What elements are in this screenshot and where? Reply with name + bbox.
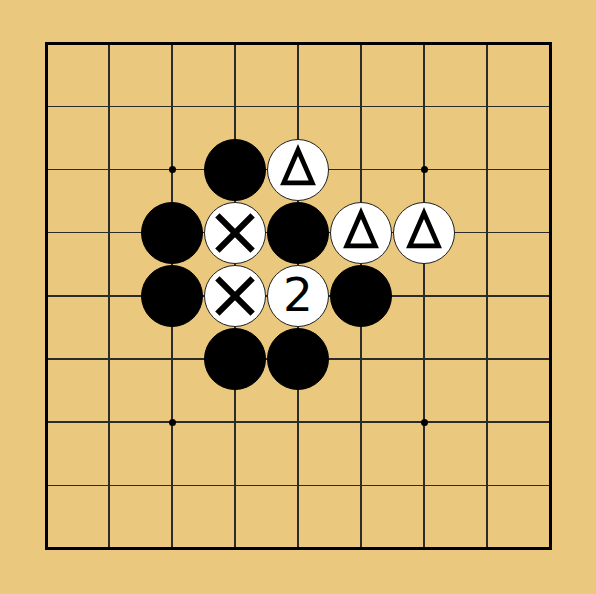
stone-black[interactable]: [141, 202, 203, 264]
stone-black[interactable]: [330, 265, 392, 327]
stone-white-cross[interactable]: [204, 265, 266, 327]
move-number-label: 2: [268, 265, 328, 325]
stone-white-triangle[interactable]: [267, 139, 329, 201]
stone-black[interactable]: [204, 139, 266, 201]
triangle-mark-icon: [268, 140, 328, 200]
go-board[interactable]: 2: [0, 0, 596, 594]
stone-black[interactable]: [204, 328, 266, 390]
cross-mark-icon: [205, 266, 265, 326]
stone-white-triangle[interactable]: [330, 202, 392, 264]
triangle-mark-icon: [394, 203, 454, 263]
stone-black[interactable]: [141, 265, 203, 327]
stone-white-triangle[interactable]: [393, 202, 455, 264]
stone-black[interactable]: [267, 328, 329, 390]
cross-mark-icon: [205, 203, 265, 263]
triangle-mark-icon: [331, 203, 391, 263]
stone-black[interactable]: [267, 202, 329, 264]
go-diagram-canvas: 2: [0, 0, 596, 594]
stone-white-cross[interactable]: [204, 202, 266, 264]
stone-white-numbered[interactable]: 2: [267, 265, 329, 327]
